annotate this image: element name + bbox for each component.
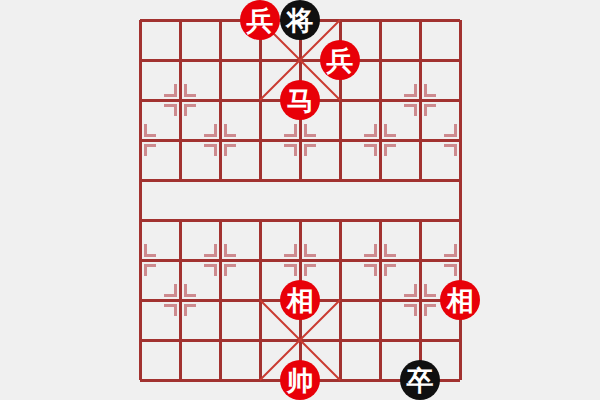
piece-red-horse[interactable]: 马: [280, 80, 320, 120]
piece-red-soldier-2[interactable]: 兵: [320, 40, 360, 80]
piece-layer: 兵将兵马相相帅卒: [120, 0, 480, 400]
piece-red-elephant-2[interactable]: 相: [440, 280, 480, 320]
piece-black-soldier[interactable]: 卒: [400, 360, 440, 400]
piece-black-general[interactable]: 将: [280, 0, 320, 40]
piece-red-general[interactable]: 帅: [280, 360, 320, 400]
xiangqi-board-screenshot: 兵将兵马相相帅卒: [0, 0, 600, 400]
piece-red-soldier-1[interactable]: 兵: [240, 0, 280, 40]
piece-red-elephant-1[interactable]: 相: [280, 280, 320, 320]
